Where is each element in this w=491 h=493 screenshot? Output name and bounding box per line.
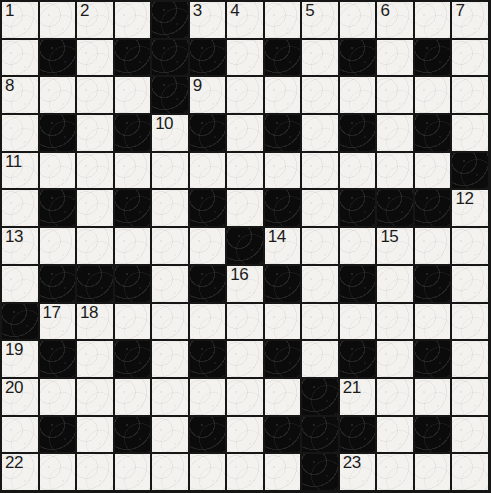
- clue-number-18: 18: [80, 304, 98, 321]
- white-cell-r11c6[interactable]: [227, 417, 263, 453]
- black-cell-r3c7: [265, 115, 301, 151]
- clue-number-4: 4: [230, 2, 239, 19]
- white-cell-r11c0[interactable]: [2, 417, 38, 453]
- white-cell-r2c6[interactable]: [227, 77, 263, 113]
- black-cell-r3c3: [115, 115, 151, 151]
- white-cell-r0c2[interactable]: 2: [77, 2, 113, 38]
- white-cell-r0c3[interactable]: [115, 2, 151, 38]
- white-cell-r9c6[interactable]: [227, 341, 263, 377]
- clue-number-15: 15: [380, 228, 398, 245]
- white-cell-r12c3[interactable]: [115, 454, 151, 490]
- black-cell-r1c9: [340, 40, 376, 76]
- white-cell-r4c2[interactable]: [77, 153, 113, 189]
- white-cell-r6c7[interactable]: 14: [265, 228, 301, 264]
- clue-number-8: 8: [5, 77, 14, 94]
- black-cell-r11c9: [340, 417, 376, 453]
- white-cell-r6c3[interactable]: [115, 228, 151, 264]
- white-cell-r8c4[interactable]: [152, 304, 188, 340]
- black-cell-r8c0: [2, 304, 38, 340]
- white-cell-r0c6[interactable]: 4: [227, 2, 263, 38]
- white-cell-r10c4[interactable]: [152, 379, 188, 415]
- black-cell-r7c1: [40, 266, 76, 302]
- white-cell-r4c5[interactable]: [190, 153, 226, 189]
- black-cell-r9c9: [340, 341, 376, 377]
- white-cell-r6c12[interactable]: [452, 228, 488, 264]
- white-cell-r8c1[interactable]: 17: [40, 304, 76, 340]
- white-cell-r4c6[interactable]: [227, 153, 263, 189]
- white-cell-r4c3[interactable]: [115, 153, 151, 189]
- white-cell-r10c1[interactable]: [40, 379, 76, 415]
- white-cell-r10c2[interactable]: [77, 379, 113, 415]
- white-cell-r1c2[interactable]: [77, 40, 113, 76]
- white-cell-r6c9[interactable]: [340, 228, 376, 264]
- crossword-board: 1234567891011121314151617181920212223: [0, 0, 491, 493]
- black-cell-r10c8: [302, 379, 338, 415]
- white-cell-r5c6[interactable]: [227, 190, 263, 226]
- black-cell-r11c1: [40, 417, 76, 453]
- clue-number-2: 2: [80, 2, 89, 19]
- white-cell-r8c3[interactable]: [115, 304, 151, 340]
- white-cell-r6c10[interactable]: 15: [377, 228, 413, 264]
- black-cell-r1c5: [190, 40, 226, 76]
- black-cell-r5c1: [40, 190, 76, 226]
- white-cell-r1c10[interactable]: [377, 40, 413, 76]
- white-cell-r10c3[interactable]: [115, 379, 151, 415]
- black-cell-r11c11: [415, 417, 451, 453]
- white-cell-r8c9[interactable]: [340, 304, 376, 340]
- white-cell-r2c1[interactable]: [40, 77, 76, 113]
- white-cell-r3c10[interactable]: [377, 115, 413, 151]
- clue-number-17: 17: [43, 304, 61, 321]
- black-cell-r7c9: [340, 266, 376, 302]
- white-cell-r6c4[interactable]: [152, 228, 188, 264]
- white-cell-r3c4[interactable]: 10: [152, 115, 188, 151]
- clue-number-11: 11: [5, 153, 22, 170]
- white-cell-r4c9[interactable]: [340, 153, 376, 189]
- white-cell-r3c2[interactable]: [77, 115, 113, 151]
- black-cell-r3c9: [340, 115, 376, 151]
- black-cell-r5c9: [340, 190, 376, 226]
- white-cell-r5c8[interactable]: [302, 190, 338, 226]
- white-cell-r3c0[interactable]: [2, 115, 38, 151]
- white-cell-r12c7[interactable]: [265, 454, 301, 490]
- white-cell-r4c10[interactable]: [377, 153, 413, 189]
- black-cell-r2c4: [152, 77, 188, 113]
- white-cell-r2c5[interactable]: 9: [190, 77, 226, 113]
- clue-number-14: 14: [268, 228, 286, 245]
- clue-number-20: 20: [5, 379, 23, 396]
- black-cell-r9c11: [415, 341, 451, 377]
- white-cell-r3c8[interactable]: [302, 115, 338, 151]
- white-cell-r1c8[interactable]: [302, 40, 338, 76]
- black-cell-r7c5: [190, 266, 226, 302]
- black-cell-r9c1: [40, 341, 76, 377]
- white-cell-r12c6[interactable]: [227, 454, 263, 490]
- black-cell-r1c3: [115, 40, 151, 76]
- white-cell-r2c2[interactable]: [77, 77, 113, 113]
- black-cell-r7c3: [115, 266, 151, 302]
- white-cell-r8c10[interactable]: [377, 304, 413, 340]
- white-cell-r8c11[interactable]: [415, 304, 451, 340]
- black-cell-r12c8: [302, 454, 338, 490]
- white-cell-r10c9[interactable]: 21: [340, 379, 376, 415]
- black-cell-r1c1: [40, 40, 76, 76]
- white-cell-r12c1[interactable]: [40, 454, 76, 490]
- white-cell-r12c9[interactable]: 23: [340, 454, 376, 490]
- black-cell-r6c6: [227, 228, 263, 264]
- clue-number-3: 3: [193, 2, 202, 19]
- white-cell-r0c7[interactable]: [265, 2, 301, 38]
- white-cell-r6c5[interactable]: [190, 228, 226, 264]
- white-cell-r10c5[interactable]: [190, 379, 226, 415]
- white-cell-r11c4[interactable]: [152, 417, 188, 453]
- white-cell-r0c9[interactable]: [340, 2, 376, 38]
- white-cell-r12c11[interactable]: [415, 454, 451, 490]
- black-cell-r1c4: [152, 40, 188, 76]
- white-cell-r4c1[interactable]: [40, 153, 76, 189]
- white-cell-r6c8[interactable]: [302, 228, 338, 264]
- white-cell-r8c6[interactable]: [227, 304, 263, 340]
- clue-number-7: 7: [455, 2, 464, 19]
- white-cell-r10c12[interactable]: [452, 379, 488, 415]
- white-cell-r10c7[interactable]: [265, 379, 301, 415]
- white-cell-r6c0[interactable]: 13: [2, 228, 38, 264]
- white-cell-r3c6[interactable]: [227, 115, 263, 151]
- white-cell-r12c2[interactable]: [77, 454, 113, 490]
- clue-number-16: 16: [230, 266, 248, 283]
- white-cell-r5c0[interactable]: [2, 190, 38, 226]
- clue-number-5: 5: [305, 2, 314, 19]
- white-cell-r0c8[interactable]: 5: [302, 2, 338, 38]
- black-cell-r5c10: [377, 190, 413, 226]
- white-cell-r0c5[interactable]: 3: [190, 2, 226, 38]
- white-cell-r0c0[interactable]: 1: [2, 2, 38, 38]
- clue-number-6: 6: [380, 2, 389, 19]
- white-cell-r0c11[interactable]: [415, 2, 451, 38]
- black-cell-r4c12: [452, 153, 488, 189]
- white-cell-r2c10[interactable]: [377, 77, 413, 113]
- white-cell-r12c4[interactable]: [152, 454, 188, 490]
- white-cell-r0c12[interactable]: 7: [452, 2, 488, 38]
- white-cell-r6c1[interactable]: [40, 228, 76, 264]
- black-cell-r0c4: [152, 2, 188, 38]
- white-cell-r9c4[interactable]: [152, 341, 188, 377]
- white-cell-r11c2[interactable]: [77, 417, 113, 453]
- white-cell-r7c0[interactable]: [2, 266, 38, 302]
- white-cell-r4c11[interactable]: [415, 153, 451, 189]
- white-cell-r5c2[interactable]: [77, 190, 113, 226]
- black-cell-r11c3: [115, 417, 151, 453]
- black-cell-r11c7: [265, 417, 301, 453]
- white-cell-r2c12[interactable]: [452, 77, 488, 113]
- white-cell-r10c6[interactable]: [227, 379, 263, 415]
- clue-number-13: 13: [5, 228, 23, 245]
- white-cell-r12c5[interactable]: [190, 454, 226, 490]
- white-cell-r4c4[interactable]: [152, 153, 188, 189]
- black-cell-r5c11: [415, 190, 451, 226]
- clue-number-1: 1: [5, 2, 14, 19]
- white-cell-r2c3[interactable]: [115, 77, 151, 113]
- white-cell-r8c5[interactable]: [190, 304, 226, 340]
- white-cell-r8c12[interactable]: [452, 304, 488, 340]
- white-cell-r0c1[interactable]: [40, 2, 76, 38]
- white-cell-r1c0[interactable]: [2, 40, 38, 76]
- white-cell-r11c10[interactable]: [377, 417, 413, 453]
- white-cell-r4c7[interactable]: [265, 153, 301, 189]
- black-cell-r1c7: [265, 40, 301, 76]
- white-cell-r8c7[interactable]: [265, 304, 301, 340]
- white-cell-r9c0[interactable]: 19: [2, 341, 38, 377]
- white-cell-r5c4[interactable]: [152, 190, 188, 226]
- white-cell-r8c8[interactable]: [302, 304, 338, 340]
- white-cell-r8c2[interactable]: 18: [77, 304, 113, 340]
- clue-number-19: 19: [5, 341, 23, 358]
- white-cell-r12c12[interactable]: [452, 454, 488, 490]
- black-cell-r5c3: [115, 190, 151, 226]
- white-cell-r9c8[interactable]: [302, 341, 338, 377]
- white-cell-r0c10[interactable]: 6: [377, 2, 413, 38]
- white-cell-r10c0[interactable]: 20: [2, 379, 38, 415]
- white-cell-r7c4[interactable]: [152, 266, 188, 302]
- white-cell-r1c12[interactable]: [452, 40, 488, 76]
- white-cell-r4c8[interactable]: [302, 153, 338, 189]
- white-cell-r3c12[interactable]: [452, 115, 488, 151]
- clue-number-10: 10: [155, 115, 173, 132]
- clue-number-21: 21: [343, 379, 361, 396]
- clue-number-12: 12: [455, 190, 473, 207]
- black-cell-r7c2: [77, 266, 113, 302]
- white-cell-r12c0[interactable]: 22: [2, 454, 38, 490]
- white-cell-r2c9[interactable]: [340, 77, 376, 113]
- white-cell-r6c11[interactable]: [415, 228, 451, 264]
- white-cell-r10c10[interactable]: [377, 379, 413, 415]
- clue-number-23: 23: [343, 454, 361, 471]
- white-cell-r9c10[interactable]: [377, 341, 413, 377]
- white-cell-r12c10[interactable]: [377, 454, 413, 490]
- white-cell-r2c11[interactable]: [415, 77, 451, 113]
- white-cell-r5c12[interactable]: 12: [452, 190, 488, 226]
- white-cell-r1c6[interactable]: [227, 40, 263, 76]
- black-cell-r3c1: [40, 115, 76, 151]
- white-cell-r7c6[interactable]: 16: [227, 266, 263, 302]
- black-cell-r7c7: [265, 266, 301, 302]
- black-cell-r5c7: [265, 190, 301, 226]
- black-cell-r5c5: [190, 190, 226, 226]
- black-cell-r11c8: [302, 417, 338, 453]
- white-cell-r7c10[interactable]: [377, 266, 413, 302]
- white-cell-r2c7[interactable]: [265, 77, 301, 113]
- black-cell-r3c5: [190, 115, 226, 151]
- clue-number-22: 22: [5, 454, 23, 471]
- clue-number-9: 9: [193, 77, 202, 94]
- black-cell-r9c5: [190, 341, 226, 377]
- black-cell-r9c3: [115, 341, 151, 377]
- white-cell-r6c2[interactable]: [77, 228, 113, 264]
- black-cell-r1c11: [415, 40, 451, 76]
- black-cell-r11c5: [190, 417, 226, 453]
- black-cell-r3c11: [415, 115, 451, 151]
- white-cell-r10c11[interactable]: [415, 379, 451, 415]
- black-cell-r7c11: [415, 266, 451, 302]
- white-cell-r9c2[interactable]: [77, 341, 113, 377]
- white-cell-r7c8[interactable]: [302, 266, 338, 302]
- white-cell-r2c8[interactable]: [302, 77, 338, 113]
- white-cell-r11c12[interactable]: [452, 417, 488, 453]
- white-cell-r7c12[interactable]: [452, 266, 488, 302]
- black-cell-r9c7: [265, 341, 301, 377]
- white-cell-r2c0[interactable]: 8: [2, 77, 38, 113]
- white-cell-r4c0[interactable]: 11: [2, 153, 38, 189]
- white-cell-r9c12[interactable]: [452, 341, 488, 377]
